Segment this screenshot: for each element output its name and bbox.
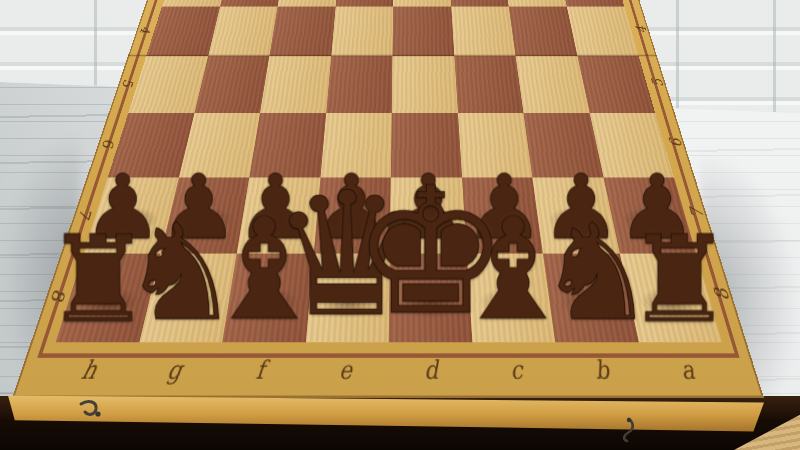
clasp-hook-icon	[616, 417, 642, 447]
table-surface	[0, 70, 800, 450]
board-shadow-right	[700, 150, 800, 410]
clasp-hook-icon	[76, 398, 106, 428]
chess-set-photo: ♜♞♝♛♚♝♞♜♟♟♟♟♟♟♟♟♟♟♟♟♟♟♟♟♜♞♝♛♚♝♞♜ hgfedcb…	[0, 0, 800, 450]
board-shadow-left	[0, 130, 80, 400]
